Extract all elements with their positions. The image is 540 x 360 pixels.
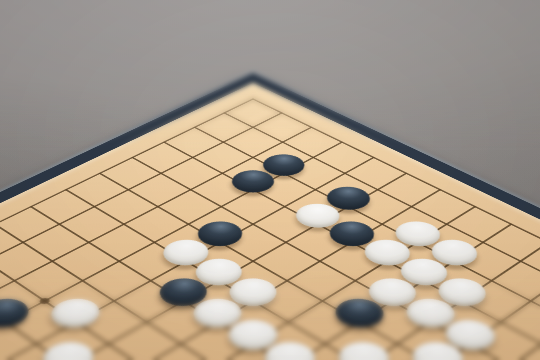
photo-scene xyxy=(0,0,540,360)
table-surface xyxy=(0,0,540,360)
